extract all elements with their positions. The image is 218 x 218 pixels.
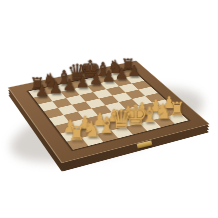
product-photo: ♜♞♝♛♚♝♞♜♟♟♟♟♟♟♟♟♟♟♟♟♟♟♟♟♜♞♝♛♚♝♞♜ (0, 0, 218, 218)
piece-light-rook: ♜ (64, 121, 88, 143)
